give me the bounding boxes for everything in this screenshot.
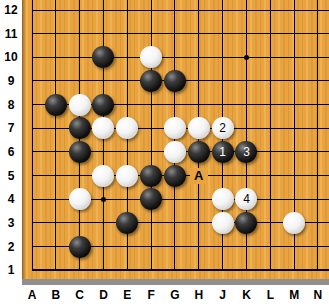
stone-black-C2[interactable]	[69, 236, 91, 258]
stone-black-K6[interactable]: 3	[235, 141, 257, 163]
star-point-D4	[101, 197, 106, 202]
column-label-K: K	[235, 288, 257, 302]
stone-white-J7[interactable]: 2	[212, 117, 234, 139]
grid-line-col-L	[270, 0, 271, 271]
stone-black-C6[interactable]	[69, 141, 91, 163]
column-label-J: J	[212, 288, 234, 302]
annotation-letter-A-H5: A	[190, 168, 208, 184]
row-label-9: 9	[0, 74, 22, 88]
row-label-6: 6	[0, 145, 22, 159]
column-label-E: E	[116, 288, 138, 302]
column-label-D: D	[92, 288, 114, 302]
stone-black-K3[interactable]	[235, 212, 257, 234]
move-number-3: 3	[243, 141, 250, 163]
stone-white-K4[interactable]: 4	[235, 188, 257, 210]
grid-line-col-A	[32, 0, 33, 271]
stone-black-F5[interactable]	[140, 165, 162, 187]
move-number-2: 2	[219, 117, 226, 139]
stone-white-H7[interactable]	[188, 117, 210, 139]
row-label-2: 2	[0, 240, 22, 254]
grid-line-col-N	[317, 0, 318, 271]
grid-line-row-10	[32, 57, 329, 58]
stone-black-H6[interactable]	[188, 141, 210, 163]
move-number-1: 1	[219, 141, 226, 163]
column-label-A: A	[21, 288, 43, 302]
stone-black-F4[interactable]	[140, 188, 162, 210]
grid-line-row-1	[32, 269, 329, 271]
stone-white-G7[interactable]	[164, 117, 186, 139]
grid-line-col-B	[55, 0, 56, 271]
column-label-M: M	[283, 288, 305, 302]
stone-black-D8[interactable]	[92, 94, 114, 116]
row-label-8: 8	[0, 98, 22, 112]
stone-white-E5[interactable]	[116, 165, 138, 187]
stone-black-G9[interactable]	[164, 70, 186, 92]
board-bottom-shadow	[22, 279, 329, 285]
stone-white-D7[interactable]	[92, 117, 114, 139]
stone-black-J6[interactable]: 1	[212, 141, 234, 163]
row-label-11: 11	[0, 27, 22, 41]
column-label-G: G	[164, 288, 186, 302]
grid-line-row-12	[32, 10, 329, 11]
row-label-4: 4	[0, 192, 22, 206]
stone-white-E7[interactable]	[116, 117, 138, 139]
stone-black-C7[interactable]	[69, 117, 91, 139]
row-label-5: 5	[0, 169, 22, 183]
stone-white-M3[interactable]	[283, 212, 305, 234]
grid-line-col-F	[151, 0, 152, 271]
stone-white-G6[interactable]	[164, 141, 186, 163]
row-label-7: 7	[0, 121, 22, 135]
stone-white-F10[interactable]	[140, 46, 162, 68]
stone-black-B8[interactable]	[45, 94, 67, 116]
stone-white-C4[interactable]	[69, 188, 91, 210]
stone-white-J3[interactable]	[212, 212, 234, 234]
grid-line-row-11	[32, 33, 329, 34]
column-label-F: F	[140, 288, 162, 302]
star-point-K10	[244, 55, 249, 60]
stone-black-D10[interactable]	[92, 46, 114, 68]
stone-black-F9[interactable]	[140, 70, 162, 92]
stone-black-G5[interactable]	[164, 165, 186, 187]
column-label-C: C	[69, 288, 91, 302]
stone-white-C8[interactable]	[69, 94, 91, 116]
stone-white-J4[interactable]	[212, 188, 234, 210]
stone-white-D5[interactable]	[92, 165, 114, 187]
row-label-3: 3	[0, 216, 22, 230]
board-left-edge-shading	[22, 0, 26, 279]
move-number-4: 4	[243, 188, 250, 210]
column-label-N: N	[307, 288, 329, 302]
column-label-B: B	[45, 288, 67, 302]
go-board[interactable]: A1324	[22, 0, 329, 279]
stone-black-E3[interactable]	[116, 212, 138, 234]
column-label-L: L	[259, 288, 281, 302]
row-label-12: 12	[0, 3, 22, 17]
column-label-H: H	[188, 288, 210, 302]
row-label-10: 10	[0, 50, 22, 64]
go-diagram-page: A1324 121110987654321 ABCDEFGHJKLMN	[0, 0, 329, 308]
row-label-1: 1	[0, 263, 22, 277]
